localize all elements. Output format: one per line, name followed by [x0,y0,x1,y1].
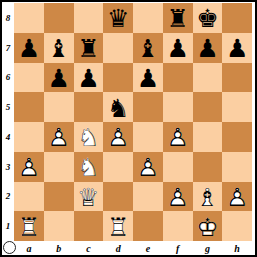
square-b7[interactable]: ♝ [44,33,74,63]
square-c8[interactable] [74,3,104,33]
file-label-c: c [74,242,104,255]
black-piece-glyph: ♟ [14,34,44,64]
piece-white-rook[interactable]: ♜♖ [103,211,133,241]
square-b1[interactable] [44,211,74,241]
black-piece-glyph: ♜ [74,34,104,64]
white-piece-outline: ♘ [74,153,104,183]
white-piece-outline: ♗ [193,183,223,213]
square-f3[interactable] [163,152,193,182]
square-d6[interactable] [103,63,133,93]
black-piece-glyph: ♛ [103,4,133,34]
square-f1[interactable] [163,211,193,241]
square-g3[interactable] [193,152,223,182]
square-g2[interactable]: ♝♗ [193,182,223,212]
piece-white-pawn[interactable]: ♟♙ [133,152,163,182]
black-piece-glyph: ♚ [193,4,223,34]
square-d2[interactable] [103,182,133,212]
square-a7[interactable]: ♟ [14,33,44,63]
square-d8[interactable]: ♛ [103,3,133,33]
piece-black-king[interactable]: ♚ [193,3,223,33]
piece-white-pawn[interactable]: ♟♙ [103,122,133,152]
black-piece-glyph: ♞ [103,93,133,123]
square-c3[interactable]: ♞♘ [74,152,104,182]
rank-label-7: 7 [2,33,14,63]
black-piece-glyph: ♟ [133,64,163,94]
square-e5[interactable] [133,92,163,122]
piece-black-pawn[interactable]: ♟ [222,33,252,63]
square-e4[interactable] [133,122,163,152]
white-piece-outline: ♙ [163,183,193,213]
piece-black-pawn[interactable]: ♟ [44,63,74,93]
piece-black-pawn[interactable]: ♟ [193,33,223,63]
square-e7[interactable]: ♝ [133,33,163,63]
rank-label-8: 8 [2,3,14,33]
chess-board[interactable]: ♛♜♚♟♝♜♝♟♟♟♟♟♟♞♟♙♞♘♟♙♟♙♟♙♞♘♟♙♛♕♟♙♝♗♟♙♜♖♜♖… [14,3,252,241]
white-to-move-indicator [3,241,16,254]
chess-diagram: 87654321 ♛♜♚♟♝♜♝♟♟♟♟♟♟♞♟♙♞♘♟♙♟♙♟♙♞♘♟♙♛♕♟… [0,0,257,257]
square-h3[interactable] [222,152,252,182]
piece-white-rook[interactable]: ♜♖ [14,211,44,241]
square-g5[interactable] [193,92,223,122]
square-d4[interactable]: ♟♙ [103,122,133,152]
white-piece-outline: ♙ [14,153,44,183]
square-g6[interactable] [193,63,223,93]
square-g8[interactable]: ♚ [193,3,223,33]
square-h6[interactable] [222,63,252,93]
white-piece-outline: ♙ [133,153,163,183]
square-a5[interactable] [14,92,44,122]
file-label-h: h [222,242,252,255]
piece-black-pawn[interactable]: ♟ [14,33,44,63]
black-piece-glyph: ♝ [44,34,74,64]
white-piece-outline: ♙ [44,123,74,153]
black-piece-glyph: ♟ [193,34,223,64]
rank-label-1: 1 [2,211,14,241]
square-b8[interactable] [44,3,74,33]
square-a6[interactable] [14,63,44,93]
square-g7[interactable]: ♟ [193,33,223,63]
square-f4[interactable]: ♟♙ [163,122,193,152]
rank-label-4: 4 [2,122,14,152]
square-h8[interactable] [222,3,252,33]
square-h7[interactable]: ♟ [222,33,252,63]
file-label-e: e [133,242,163,255]
file-label-a: a [14,242,44,255]
black-piece-glyph: ♟ [44,64,74,94]
square-c1[interactable] [74,211,104,241]
square-f5[interactable] [163,92,193,122]
square-a3[interactable]: ♟♙ [14,152,44,182]
square-d3[interactable] [103,152,133,182]
square-b5[interactable] [44,92,74,122]
rank-label-3: 3 [2,152,14,182]
file-label-b: b [44,242,74,255]
piece-black-rook[interactable]: ♜ [74,33,104,63]
white-piece-outline: ♘ [74,123,104,153]
square-c5[interactable] [74,92,104,122]
square-g1[interactable]: ♚♔ [193,211,223,241]
piece-black-bishop[interactable]: ♝ [133,33,163,63]
piece-white-queen[interactable]: ♛♕ [74,182,104,212]
square-e6[interactable]: ♟ [133,63,163,93]
white-piece-outline: ♕ [74,183,104,213]
white-piece-outline: ♖ [14,212,44,242]
black-piece-glyph: ♟ [222,34,252,64]
square-d5[interactable]: ♞ [103,92,133,122]
square-h5[interactable] [222,92,252,122]
piece-white-bishop[interactable]: ♝♗ [193,182,223,212]
square-e1[interactable] [133,211,163,241]
piece-black-pawn[interactable]: ♟ [133,63,163,93]
square-a4[interactable] [14,122,44,152]
square-e8[interactable] [133,3,163,33]
file-label-d: d [103,242,133,255]
square-b2[interactable] [44,182,74,212]
square-e3[interactable]: ♟♙ [133,152,163,182]
square-e2[interactable] [133,182,163,212]
square-c7[interactable]: ♜ [74,33,104,63]
square-g4[interactable] [193,122,223,152]
square-b6[interactable]: ♟ [44,63,74,93]
piece-white-pawn[interactable]: ♟♙ [14,152,44,182]
square-d1[interactable]: ♜♖ [103,211,133,241]
white-piece-outline: ♙ [163,123,193,153]
piece-black-bishop[interactable]: ♝ [44,33,74,63]
rank-label-5: 5 [2,92,14,122]
white-piece-outline: ♔ [193,212,223,242]
piece-white-pawn[interactable]: ♟♙ [222,182,252,212]
black-piece-glyph: ♟ [163,34,193,64]
square-b4[interactable]: ♟♙ [44,122,74,152]
piece-black-pawn[interactable]: ♟ [163,33,193,63]
square-a8[interactable] [14,3,44,33]
rank-labels: 87654321 [2,3,14,241]
square-a2[interactable] [14,182,44,212]
square-c6[interactable]: ♟ [74,63,104,93]
black-piece-glyph: ♜ [163,4,193,34]
piece-black-knight[interactable]: ♞ [103,92,133,122]
square-h2[interactable]: ♟♙ [222,182,252,212]
square-f8[interactable]: ♜ [163,3,193,33]
square-h4[interactable] [222,122,252,152]
file-label-f: f [163,242,193,255]
piece-white-knight[interactable]: ♞♘ [74,122,104,152]
file-label-g: g [193,242,223,255]
piece-white-pawn[interactable]: ♟♙ [44,122,74,152]
square-c2[interactable]: ♛♕ [74,182,104,212]
square-f6[interactable] [163,63,193,93]
piece-black-queen[interactable]: ♛ [103,3,133,33]
square-c4[interactable]: ♞♘ [74,122,104,152]
piece-white-king[interactable]: ♚♔ [193,211,223,241]
piece-black-pawn[interactable]: ♟ [74,63,104,93]
piece-white-knight[interactable]: ♞♘ [74,152,104,182]
black-piece-glyph: ♟ [74,64,104,94]
white-piece-outline: ♙ [103,123,133,153]
file-labels: abcdefgh [14,242,252,255]
square-d7[interactable] [103,33,133,63]
rank-label-2: 2 [2,182,14,212]
square-a1[interactable]: ♜♖ [14,211,44,241]
square-h1[interactable] [222,211,252,241]
black-piece-glyph: ♝ [133,34,163,64]
square-f2[interactable]: ♟♙ [163,182,193,212]
square-b3[interactable] [44,152,74,182]
rank-label-6: 6 [2,63,14,93]
piece-white-pawn[interactable]: ♟♙ [163,122,193,152]
piece-white-pawn[interactable]: ♟♙ [163,182,193,212]
piece-black-rook[interactable]: ♜ [163,3,193,33]
white-piece-outline: ♙ [222,183,252,213]
white-piece-outline: ♖ [103,212,133,242]
square-f7[interactable]: ♟ [163,33,193,63]
